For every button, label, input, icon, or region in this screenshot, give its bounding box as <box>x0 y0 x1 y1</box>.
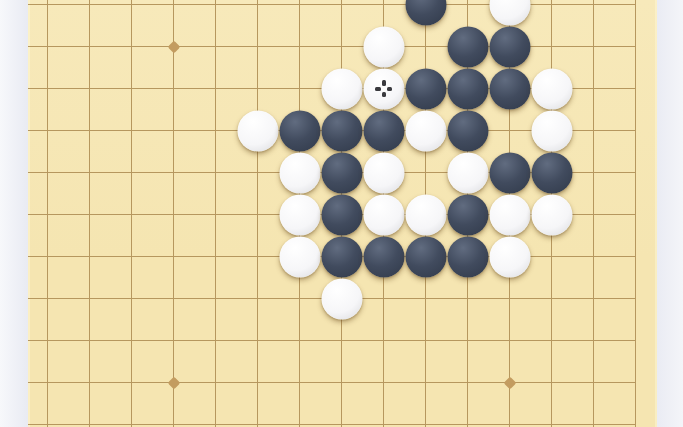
board-intersection[interactable] <box>28 0 68 25</box>
board-intersection[interactable] <box>111 320 152 361</box>
board-intersection[interactable] <box>111 404 152 427</box>
last-move-crosshair-marker <box>375 80 392 97</box>
board-intersection[interactable] <box>28 194 68 235</box>
stone-white[interactable] <box>237 110 278 151</box>
board-intersection[interactable] <box>28 110 68 151</box>
board-intersection[interactable] <box>321 320 362 361</box>
board-intersection[interactable] <box>447 278 488 319</box>
board-intersection[interactable] <box>69 110 110 151</box>
board-intersection[interactable] <box>237 26 278 67</box>
stone-white[interactable] <box>363 194 404 235</box>
board-intersection[interactable] <box>111 68 152 109</box>
stone-white[interactable] <box>447 152 488 193</box>
board-intersection[interactable] <box>363 0 404 25</box>
board-intersection[interactable] <box>321 362 362 403</box>
board-intersection[interactable] <box>153 404 194 427</box>
stone-white[interactable] <box>489 236 530 277</box>
board-intersection[interactable] <box>28 152 68 193</box>
board-intersection[interactable] <box>237 0 278 25</box>
board-intersection[interactable] <box>69 278 110 319</box>
board-intersection[interactable] <box>28 320 68 361</box>
board-intersection[interactable] <box>153 26 194 67</box>
board-intersection[interactable] <box>111 110 152 151</box>
board-intersection[interactable] <box>153 0 194 25</box>
board-intersection[interactable] <box>573 26 614 67</box>
board-intersection[interactable] <box>195 110 236 151</box>
board-intersection[interactable] <box>573 152 614 193</box>
board-intersection[interactable] <box>573 362 614 403</box>
board-intersection[interactable] <box>615 68 656 109</box>
stone-black[interactable] <box>489 152 530 193</box>
stone-black[interactable] <box>405 236 446 277</box>
stone-white[interactable] <box>279 194 320 235</box>
board-intersection[interactable] <box>237 68 278 109</box>
board-intersection[interactable] <box>69 0 110 25</box>
board-intersection[interactable] <box>153 194 194 235</box>
board-intersection[interactable] <box>153 236 194 277</box>
stone-black[interactable] <box>489 26 530 67</box>
stone-white[interactable] <box>489 0 530 25</box>
stone-white[interactable] <box>321 68 362 109</box>
board-intersection[interactable] <box>279 0 320 25</box>
stone-black[interactable] <box>489 68 530 109</box>
board-intersection[interactable] <box>405 26 446 67</box>
board-intersection[interactable] <box>111 362 152 403</box>
board-intersection[interactable] <box>405 152 446 193</box>
stone-white[interactable] <box>363 68 404 109</box>
stone-white[interactable] <box>531 194 572 235</box>
board-intersection[interactable] <box>111 236 152 277</box>
board-intersection[interactable] <box>573 110 614 151</box>
board-intersection[interactable] <box>69 236 110 277</box>
board-intersection[interactable] <box>573 194 614 235</box>
board-intersection[interactable] <box>195 320 236 361</box>
board-intersection[interactable] <box>195 362 236 403</box>
board-intersection[interactable] <box>363 278 404 319</box>
board-intersection[interactable] <box>195 68 236 109</box>
board-intersection[interactable] <box>69 320 110 361</box>
board-intersection[interactable] <box>195 236 236 277</box>
board-intersection[interactable] <box>237 404 278 427</box>
stone-black[interactable] <box>447 110 488 151</box>
board-intersection[interactable] <box>153 320 194 361</box>
board-intersection[interactable] <box>237 194 278 235</box>
stone-black[interactable] <box>321 152 362 193</box>
board-intersection[interactable] <box>489 362 530 403</box>
board-intersection[interactable] <box>111 0 152 25</box>
board-intersection[interactable] <box>615 26 656 67</box>
board-intersection[interactable] <box>489 320 530 361</box>
board-intersection[interactable] <box>69 26 110 67</box>
board-intersection[interactable] <box>573 278 614 319</box>
board-intersection[interactable] <box>615 278 656 319</box>
stone-white[interactable] <box>489 194 530 235</box>
board-intersection[interactable] <box>153 68 194 109</box>
board-intersection[interactable] <box>615 152 656 193</box>
board-intersection[interactable] <box>615 362 656 403</box>
board-intersection[interactable] <box>447 404 488 427</box>
stone-white[interactable] <box>321 278 362 319</box>
board-intersection[interactable] <box>69 68 110 109</box>
stone-black[interactable] <box>447 26 488 67</box>
board-intersection[interactable] <box>28 68 68 109</box>
board-intersection[interactable] <box>573 236 614 277</box>
board-intersection[interactable] <box>405 404 446 427</box>
gomoku-board[interactable] <box>28 0 657 427</box>
board-intersection[interactable] <box>531 362 572 403</box>
board-intersection[interactable] <box>531 320 572 361</box>
board-intersection[interactable] <box>615 320 656 361</box>
board-intersection[interactable] <box>321 26 362 67</box>
board-intersection[interactable] <box>279 68 320 109</box>
board-intersection[interactable] <box>405 362 446 403</box>
stone-white[interactable] <box>363 26 404 67</box>
board-intersection[interactable] <box>195 0 236 25</box>
board-intersection[interactable] <box>111 152 152 193</box>
board-intersection[interactable] <box>195 404 236 427</box>
stone-white[interactable] <box>363 152 404 193</box>
board-intersection[interactable] <box>321 0 362 25</box>
board-intersection[interactable] <box>195 278 236 319</box>
stone-black[interactable] <box>447 68 488 109</box>
board-intersection[interactable] <box>531 236 572 277</box>
board-intersection[interactable] <box>573 320 614 361</box>
stone-black[interactable] <box>363 110 404 151</box>
board-intersection[interactable] <box>153 152 194 193</box>
board-intersection[interactable] <box>237 278 278 319</box>
stone-black[interactable] <box>363 236 404 277</box>
board-intersection[interactable] <box>69 152 110 193</box>
board-intersection[interactable] <box>279 362 320 403</box>
stone-black[interactable] <box>321 236 362 277</box>
stone-white[interactable] <box>531 110 572 151</box>
board-intersection[interactable] <box>279 26 320 67</box>
board-intersection[interactable] <box>195 26 236 67</box>
stone-black[interactable] <box>447 194 488 235</box>
board-intersection[interactable] <box>573 404 614 427</box>
board-intersection[interactable] <box>531 404 572 427</box>
board-intersection[interactable] <box>28 404 68 427</box>
board-intersection[interactable] <box>111 194 152 235</box>
board-intersection[interactable] <box>279 278 320 319</box>
board-intersection[interactable] <box>615 110 656 151</box>
board-intersection[interactable] <box>69 404 110 427</box>
board-intersection[interactable] <box>531 278 572 319</box>
stone-black[interactable] <box>405 0 446 25</box>
board-intersection[interactable] <box>405 320 446 361</box>
board-intersection[interactable] <box>447 362 488 403</box>
board-intersection[interactable] <box>447 0 488 25</box>
board-intersection[interactable] <box>405 278 446 319</box>
board-intersection[interactable] <box>28 278 68 319</box>
stone-black[interactable] <box>531 152 572 193</box>
stone-white[interactable] <box>405 194 446 235</box>
stone-black[interactable] <box>447 236 488 277</box>
stone-white[interactable] <box>279 152 320 193</box>
board-intersection[interactable] <box>195 194 236 235</box>
board-intersection[interactable] <box>237 236 278 277</box>
board-intersection[interactable] <box>195 152 236 193</box>
board-intersection[interactable] <box>573 68 614 109</box>
board-intersection[interactable] <box>447 320 488 361</box>
board-intersection[interactable] <box>615 236 656 277</box>
stone-white[interactable] <box>405 110 446 151</box>
board-intersection[interactable] <box>615 404 656 427</box>
stone-black[interactable] <box>279 110 320 151</box>
board-intersection[interactable] <box>69 194 110 235</box>
board-intersection[interactable] <box>363 320 404 361</box>
board-intersection[interactable] <box>279 320 320 361</box>
board-intersection[interactable] <box>489 278 530 319</box>
stone-white[interactable] <box>531 68 572 109</box>
board-intersection[interactable] <box>69 362 110 403</box>
board-intersection[interactable] <box>28 236 68 277</box>
board-intersection[interactable] <box>153 362 194 403</box>
board-intersection[interactable] <box>237 362 278 403</box>
stone-white[interactable] <box>279 236 320 277</box>
board-intersection[interactable] <box>573 0 614 25</box>
board-intersection[interactable] <box>615 0 656 25</box>
stone-black[interactable] <box>321 110 362 151</box>
board-intersection[interactable] <box>153 278 194 319</box>
board-intersection[interactable] <box>531 26 572 67</box>
board-intersection[interactable] <box>531 0 572 25</box>
stone-black[interactable] <box>321 194 362 235</box>
board-intersection[interactable] <box>28 362 68 403</box>
board-intersection[interactable] <box>615 194 656 235</box>
board-intersection[interactable] <box>237 152 278 193</box>
board-intersection[interactable] <box>237 320 278 361</box>
board-intersection[interactable] <box>111 278 152 319</box>
board-intersection[interactable] <box>489 110 530 151</box>
board-intersection[interactable] <box>321 404 362 427</box>
board-intersection[interactable] <box>363 362 404 403</box>
game-stage <box>0 0 683 427</box>
board-intersection[interactable] <box>363 404 404 427</box>
board-intersection[interactable] <box>279 404 320 427</box>
board-intersection[interactable] <box>489 404 530 427</box>
stone-black[interactable] <box>405 68 446 109</box>
board-intersection[interactable] <box>153 110 194 151</box>
board-intersection[interactable] <box>28 26 68 67</box>
board-intersection[interactable] <box>111 26 152 67</box>
